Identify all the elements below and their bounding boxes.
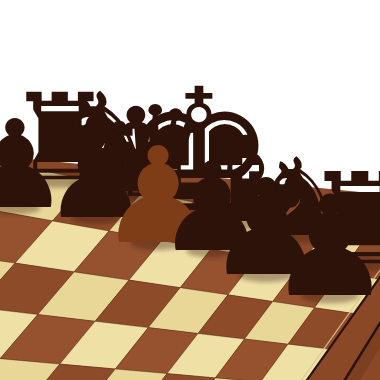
piece-black-pawn-f7: ♟ — [268, 166, 380, 328]
chess-set-product-photo: ♜♞♝♛♟♚♟♝♞♟♟♜♟♟ — [0, 0, 380, 380]
board-scene-svg: ♜♞♝♛♟♚♟♝♞♟♟♜♟♟ — [0, 0, 380, 380]
perspective-chessboard: ♜♞♝♛♟♚♟♝♞♟♟♜♟♟ — [0, 0, 380, 380]
